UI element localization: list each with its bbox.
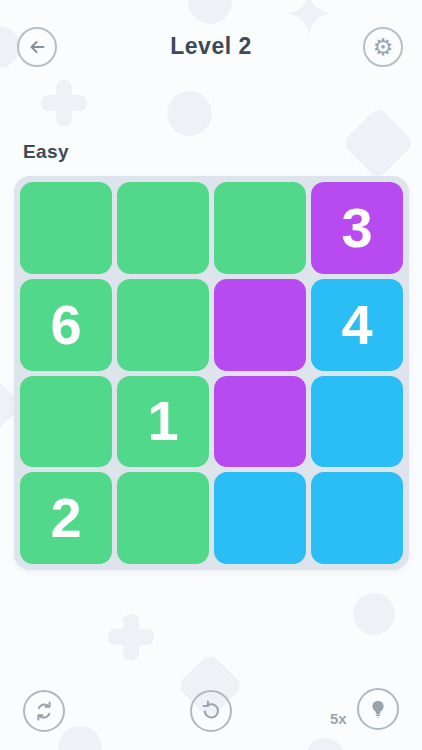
cell-r1c4[interactable]: 3 xyxy=(311,182,403,274)
cell-r2c3[interactable] xyxy=(214,279,306,371)
hint-count: 5x xyxy=(330,710,347,727)
cell-r2c2[interactable] xyxy=(117,279,209,371)
cell-r1c2[interactable] xyxy=(117,182,209,274)
decor-diamond-right xyxy=(341,106,415,180)
cell-r4c4[interactable] xyxy=(311,472,403,564)
difficulty-label: Easy xyxy=(23,141,69,163)
cell-r1c3[interactable] xyxy=(214,182,306,274)
cell-r4c3[interactable] xyxy=(214,472,306,564)
gear-icon: ⚙ xyxy=(373,36,394,59)
decor-circle-3 xyxy=(58,726,102,750)
restart-button[interactable] xyxy=(23,690,65,732)
cell-r3c3[interactable] xyxy=(214,376,306,468)
decor-circle-1 xyxy=(167,91,212,136)
undo-icon xyxy=(199,699,223,723)
cell-r3c2[interactable]: 1 xyxy=(117,376,209,468)
cell-r2c1[interactable]: 6 xyxy=(20,279,112,371)
board-grid: 36412 xyxy=(20,182,403,564)
page-title: Level 2 xyxy=(0,33,422,60)
decor-plus-2 xyxy=(108,614,154,660)
header: Level 2 ⚙ xyxy=(0,0,422,80)
cell-r1c1[interactable] xyxy=(20,182,112,274)
hint-button[interactable] xyxy=(357,688,399,730)
cell-r4c1[interactable]: 2 xyxy=(20,472,112,564)
cell-r3c4[interactable] xyxy=(311,376,403,468)
cell-r3c1[interactable] xyxy=(20,376,112,468)
game-board: 36412 xyxy=(14,176,409,570)
cell-r4c2[interactable] xyxy=(117,472,209,564)
undo-button[interactable] xyxy=(190,690,232,732)
cell-r2c4[interactable]: 4 xyxy=(311,279,403,371)
lightbulb-icon xyxy=(366,697,390,721)
decor-circle-2 xyxy=(353,593,395,635)
decor-plus-1 xyxy=(41,80,87,126)
settings-button[interactable]: ⚙ xyxy=(363,27,403,67)
decor-circle-4 xyxy=(305,738,345,750)
restart-icon xyxy=(32,699,56,723)
